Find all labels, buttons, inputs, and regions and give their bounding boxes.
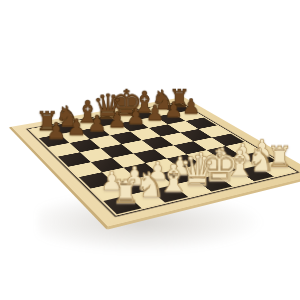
white-rook-piece: ♜ (246, 142, 300, 171)
board-grid: ♜♞♝♛♚♝♞♜♟♟♟♟♟♟♟♟♟♟♟♟♟♟♟♟♜♞♝♛♚♝♞♜ (30, 103, 294, 214)
scene-3d: ♜♞♝♛♚♝♞♜♟♟♟♟♟♟♟♟♟♟♟♟♟♟♟♟♜♞♝♛♚♝♞♜ (0, 0, 300, 300)
square-a6 (48, 143, 79, 157)
square-h1: ♜ (257, 161, 294, 176)
product-photo: Wooden chess set photographed at an angl… (0, 0, 300, 300)
chess-board: ♜♞♝♛♚♝♞♜♟♟♟♟♟♟♟♟♟♟♟♟♟♟♟♟♜♞♝♛♚♝♞♜ (9, 97, 300, 230)
square-e3 (167, 154, 202, 169)
